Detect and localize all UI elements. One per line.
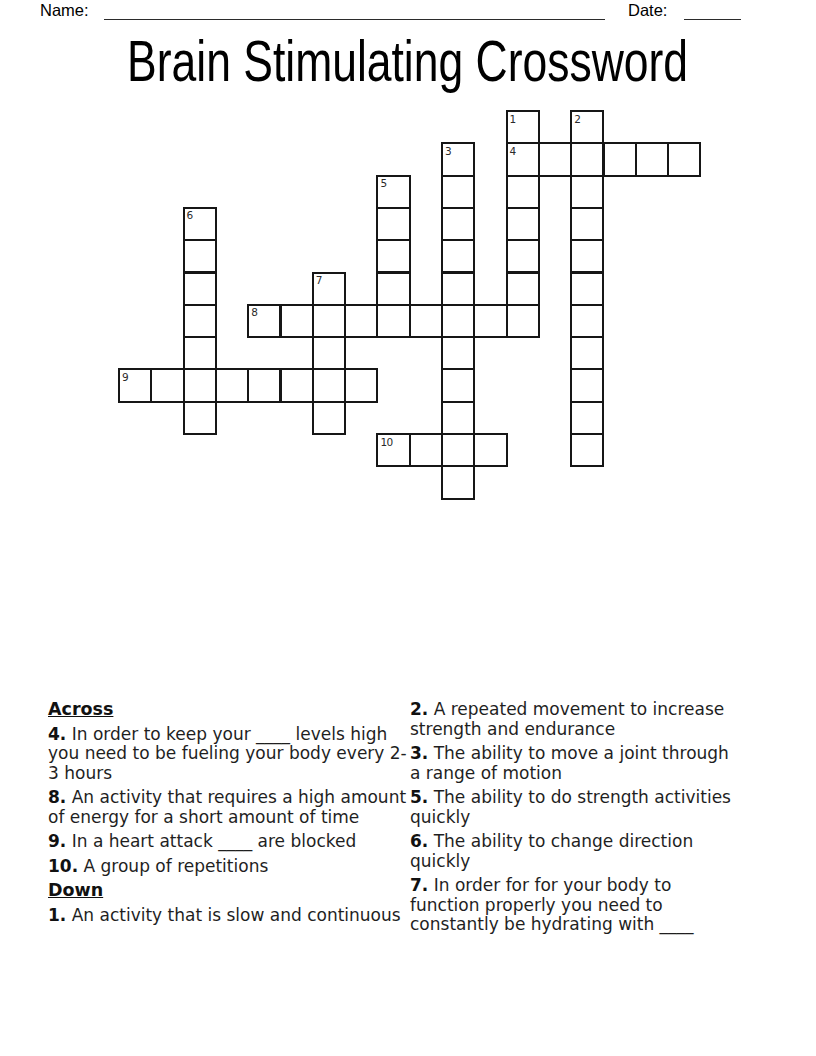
clue-text: In a heart attack ____ are blocked [66,831,356,851]
grid-cell[interactable] [344,304,378,338]
grid-cell[interactable]: 2 [570,110,604,144]
clue-item: 2. A repeated movement to increase stren… [410,700,736,739]
clues-left-column: Across4. In order to keep your ____ leve… [48,700,410,930]
grid-cell[interactable] [280,368,314,402]
clue-text: The ability to change direction quickly [410,831,693,871]
clue-heading-across: Across [48,700,410,720]
clue-heading-down: Down [48,881,410,901]
grid-cell[interactable] [603,142,637,176]
grid-cell[interactable] [183,336,217,370]
clue-number: 5. [410,787,428,807]
cell-number: 2 [574,113,580,125]
cell-number: 7 [316,274,322,286]
grid-cell[interactable] [506,207,540,241]
grid-cell[interactable] [570,239,604,273]
clue-number: 8. [48,787,66,807]
grid-cell[interactable]: 3 [441,142,475,176]
grid-cell[interactable]: 4 [506,142,540,176]
grid-cell[interactable] [183,239,217,273]
clue-number: 3. [410,743,428,763]
grid-cell[interactable] [570,401,604,435]
grid-cell[interactable] [570,433,604,467]
grid-cell[interactable] [312,304,346,338]
clue-text: In order to keep your ____ levels high y… [48,724,407,783]
grid-cell[interactable] [376,304,410,338]
clue-text: An activity that requires a high amount … [48,787,406,827]
clue-item: 8. An activity that requires a high amou… [48,788,410,827]
cell-number: 1 [510,113,516,125]
cell-number: 8 [251,306,257,318]
grid-cell[interactable] [441,465,475,499]
name-blank-line[interactable] [104,3,605,20]
clue-item: 6. The ability to change direction quick… [410,832,736,871]
cell-number: 4 [510,145,516,157]
grid-cell[interactable] [376,207,410,241]
grid-cell[interactable]: 1 [506,110,540,144]
clue-number: 10. [48,856,78,876]
grid-cell[interactable] [150,368,184,402]
clue-item: 4. In order to keep your ____ levels hig… [48,725,410,784]
clue-text: The ability to move a joint through a ra… [410,743,729,783]
name-label: Name: [40,1,89,20]
clue-text: The ability to do strength activities qu… [410,787,731,827]
grid-cell[interactable] [441,433,475,467]
clue-item: 5. The ability to do strength activities… [410,788,736,827]
clues-right-column: 2. A repeated movement to increase stren… [410,700,736,940]
clue-item: 10. A group of repetitions [48,857,410,877]
grid-cell[interactable] [506,272,540,306]
grid-cell[interactable] [570,304,604,338]
grid-cell[interactable] [441,336,475,370]
clue-text: A group of repetitions [78,856,268,876]
clue-number: 2. [410,699,428,719]
grid-cell[interactable] [506,175,540,209]
grid-cell[interactable] [344,368,378,402]
grid-cell[interactable] [441,304,475,338]
grid-cell[interactable] [441,239,475,273]
grid-cell[interactable] [183,304,217,338]
clue-item: 1. An activity that is slow and continuo… [48,906,410,926]
grid-cell[interactable]: 8 [247,304,281,338]
grid-cell[interactable] [570,207,604,241]
grid-cell[interactable] [570,272,604,306]
grid-cell[interactable]: 7 [312,272,346,306]
grid-cell[interactable] [667,142,701,176]
page-title-wrap: Brain Stimulating Crossword [0,30,816,92]
cell-number: 10 [380,436,392,448]
grid-cell[interactable] [570,336,604,370]
grid-cell[interactable] [409,304,443,338]
clue-text: A repeated movement to increase strength… [410,699,724,739]
cell-number: 6 [187,209,193,221]
grid-cell[interactable] [441,368,475,402]
grid-cell[interactable]: 9 [118,368,152,402]
grid-cell[interactable] [570,368,604,402]
grid-cell[interactable] [183,368,217,402]
page-title: Brain Stimulating Crossword [128,30,689,92]
grid-cell[interactable] [473,304,507,338]
clue-number: 1. [48,905,66,925]
grid-cell[interactable] [441,175,475,209]
grid-cell[interactable]: 6 [183,207,217,241]
clue-number: 9. [48,831,66,851]
grid-cell[interactable]: 10 [376,433,410,467]
grid-cell[interactable] [441,272,475,306]
clue-number: 6. [410,831,428,851]
cell-number: 5 [380,177,386,189]
grid-cell[interactable] [538,142,572,176]
grid-cell[interactable] [183,272,217,306]
grid-cell[interactable] [409,433,443,467]
grid-cell[interactable] [506,304,540,338]
cell-number: 9 [122,371,128,383]
crossword-grid: 12345678910 [118,110,702,500]
clue-number: 4. [48,724,66,744]
clue-item: 9. In a heart attack ____ are blocked [48,832,410,852]
grid-cell[interactable] [570,142,604,176]
grid-cell[interactable] [215,368,249,402]
date-blank-line[interactable] [684,3,741,20]
clue-item: 3. The ability to move a joint through a… [410,744,736,783]
grid-cell[interactable] [312,368,346,402]
grid-cell[interactable] [376,239,410,273]
grid-cell[interactable] [441,207,475,241]
cell-number: 3 [445,145,451,157]
grid-cell[interactable] [570,175,604,209]
clue-item: 7. In order for for your body to functio… [410,876,736,935]
grid-cell[interactable] [506,239,540,273]
grid-cell[interactable] [312,336,346,370]
date-label: Date: [628,1,667,20]
worksheet-page: Name: Date: Brain Stimulating Crossword … [0,0,816,1056]
grid-cell[interactable] [312,401,346,435]
grid-cell[interactable] [441,401,475,435]
clue-number: 7. [410,875,428,895]
grid-cell[interactable] [473,433,507,467]
grid-cell[interactable] [376,272,410,306]
clue-text: An activity that is slow and continuous [66,905,400,925]
grid-cell[interactable] [247,368,281,402]
grid-cell[interactable] [183,401,217,435]
grid-cell[interactable] [280,304,314,338]
grid-cell[interactable]: 5 [376,175,410,209]
grid-cell[interactable] [635,142,669,176]
clue-text: In order for for your body to function p… [410,875,694,934]
